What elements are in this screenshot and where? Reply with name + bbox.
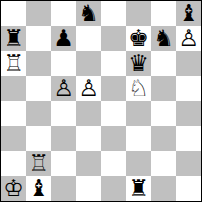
- square-f1[interactable]: ♜: [126, 176, 151, 201]
- square-f7[interactable]: ♚: [126, 26, 151, 51]
- square-c8[interactable]: [51, 1, 76, 26]
- square-f4[interactable]: [126, 101, 151, 126]
- black-rook-icon: ♜: [128, 176, 149, 201]
- square-e6[interactable]: [101, 51, 126, 76]
- square-h2[interactable]: [176, 151, 201, 176]
- white-pawn-icon: ♙: [178, 26, 199, 51]
- square-g5[interactable]: [151, 76, 176, 101]
- square-d4[interactable]: [76, 101, 101, 126]
- square-b7[interactable]: [26, 26, 51, 51]
- square-h7[interactable]: ♙: [176, 26, 201, 51]
- square-h6[interactable]: [176, 51, 201, 76]
- square-g6[interactable]: [151, 51, 176, 76]
- square-e8[interactable]: [101, 1, 126, 26]
- square-b2[interactable]: ♖: [26, 151, 51, 176]
- square-c7[interactable]: ♟: [51, 26, 76, 51]
- black-queen-icon: ♛: [128, 51, 149, 76]
- square-g1[interactable]: [151, 176, 176, 201]
- square-f2[interactable]: [126, 151, 151, 176]
- square-h4[interactable]: [176, 101, 201, 126]
- square-d6[interactable]: [76, 51, 101, 76]
- square-e5[interactable]: [101, 76, 126, 101]
- square-c4[interactable]: [51, 101, 76, 126]
- black-knight-icon: ♞: [78, 1, 99, 26]
- black-rook-icon: ♜: [3, 26, 24, 51]
- square-d5[interactable]: ♙: [76, 76, 101, 101]
- square-e4[interactable]: [101, 101, 126, 126]
- square-c3[interactable]: [51, 126, 76, 151]
- square-a4[interactable]: [1, 101, 26, 126]
- square-g8[interactable]: [151, 1, 176, 26]
- black-bishop-icon: ♝: [28, 176, 49, 201]
- black-knight-icon: ♞: [153, 26, 174, 51]
- square-g4[interactable]: [151, 101, 176, 126]
- square-b8[interactable]: [26, 1, 51, 26]
- black-bishop-icon: ♝: [178, 1, 199, 26]
- square-d7[interactable]: [76, 26, 101, 51]
- square-f5[interactable]: ♘: [126, 76, 151, 101]
- square-a3[interactable]: [1, 126, 26, 151]
- square-h5[interactable]: [176, 76, 201, 101]
- square-c6[interactable]: [51, 51, 76, 76]
- white-king-icon: ♔: [3, 176, 24, 201]
- square-f3[interactable]: [126, 126, 151, 151]
- square-e1[interactable]: [101, 176, 126, 201]
- chess-board: ♞♝♜♟♚♞♙♖♛♙♙♘♖♔♝♜: [1, 1, 201, 201]
- square-e7[interactable]: [101, 26, 126, 51]
- square-a1[interactable]: ♔: [1, 176, 26, 201]
- square-b5[interactable]: [26, 76, 51, 101]
- square-h1[interactable]: [176, 176, 201, 201]
- square-e2[interactable]: [101, 151, 126, 176]
- square-c2[interactable]: [51, 151, 76, 176]
- square-c1[interactable]: [51, 176, 76, 201]
- square-d2[interactable]: [76, 151, 101, 176]
- square-a5[interactable]: [1, 76, 26, 101]
- square-g2[interactable]: [151, 151, 176, 176]
- square-e3[interactable]: [101, 126, 126, 151]
- white-knight-icon: ♘: [128, 76, 149, 101]
- white-pawn-icon: ♙: [78, 76, 99, 101]
- square-b3[interactable]: [26, 126, 51, 151]
- square-g3[interactable]: [151, 126, 176, 151]
- black-pawn-icon: ♟: [53, 26, 74, 51]
- square-b1[interactable]: ♝: [26, 176, 51, 201]
- square-f6[interactable]: ♛: [126, 51, 151, 76]
- square-c5[interactable]: ♙: [51, 76, 76, 101]
- square-b4[interactable]: [26, 101, 51, 126]
- square-b6[interactable]: [26, 51, 51, 76]
- square-a7[interactable]: ♜: [1, 26, 26, 51]
- square-d3[interactable]: [76, 126, 101, 151]
- black-king-icon: ♚: [128, 26, 149, 51]
- square-d8[interactable]: ♞: [76, 1, 101, 26]
- square-h8[interactable]: ♝: [176, 1, 201, 26]
- chess-board-frame: ♞♝♜♟♚♞♙♖♛♙♙♘♖♔♝♜: [0, 0, 202, 202]
- square-g7[interactable]: ♞: [151, 26, 176, 51]
- square-a6[interactable]: ♖: [1, 51, 26, 76]
- square-d1[interactable]: [76, 176, 101, 201]
- square-f8[interactable]: [126, 1, 151, 26]
- white-pawn-icon: ♙: [53, 76, 74, 101]
- white-rook-icon: ♖: [3, 51, 24, 76]
- white-rook-icon: ♖: [28, 151, 49, 176]
- square-h3[interactable]: [176, 126, 201, 151]
- square-a8[interactable]: [1, 1, 26, 26]
- square-a2[interactable]: [1, 151, 26, 176]
